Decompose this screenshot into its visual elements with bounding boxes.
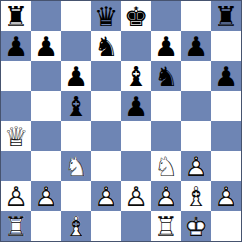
piece-outline-layer: ♗ xyxy=(184,181,208,211)
square-d4[interactable] xyxy=(91,121,121,151)
square-e2[interactable]: ♟♙ xyxy=(121,181,151,211)
square-h8[interactable]: ♜ xyxy=(211,1,241,31)
piece-black-pawn[interactable]: ♟ xyxy=(124,93,148,120)
square-f2[interactable]: ♟♙ xyxy=(151,181,181,211)
square-f1[interactable]: ♜♖ xyxy=(151,211,181,241)
piece-outline-layer: ♖ xyxy=(4,211,28,241)
piece-outline-layer: ♘ xyxy=(64,151,88,181)
square-d1[interactable] xyxy=(91,211,121,241)
square-a1[interactable]: ♜♖ xyxy=(1,211,31,241)
square-c3[interactable]: ♞♘ xyxy=(61,151,91,181)
square-f6[interactable]: ♞ xyxy=(151,61,181,91)
square-c5[interactable]: ♝ xyxy=(61,91,91,121)
square-g5[interactable] xyxy=(181,91,211,121)
square-g7[interactable]: ♟ xyxy=(181,31,211,61)
piece-white-pawn[interactable]: ♟♙ xyxy=(94,183,118,210)
square-b7[interactable]: ♟ xyxy=(31,31,61,61)
square-h2[interactable]: ♟♙ xyxy=(211,181,241,211)
square-b8[interactable] xyxy=(31,1,61,31)
square-g8[interactable] xyxy=(181,1,211,31)
square-a6[interactable] xyxy=(1,61,31,91)
square-c2[interactable] xyxy=(61,181,91,211)
piece-outline-layer: ♙ xyxy=(34,181,58,211)
square-a4[interactable]: ♛♕ xyxy=(1,121,31,151)
square-g4[interactable] xyxy=(181,121,211,151)
piece-black-pawn[interactable]: ♟ xyxy=(64,63,88,90)
piece-white-pawn[interactable]: ♟♙ xyxy=(34,183,58,210)
square-f4[interactable] xyxy=(151,121,181,151)
square-b4[interactable] xyxy=(31,121,61,151)
square-h4[interactable] xyxy=(211,121,241,151)
square-d6[interactable] xyxy=(91,61,121,91)
piece-outline-layer: ♘ xyxy=(154,151,178,181)
square-c1[interactable]: ♝♗ xyxy=(61,211,91,241)
piece-black-king[interactable]: ♚ xyxy=(124,3,148,30)
piece-white-knight[interactable]: ♞♘ xyxy=(154,153,178,180)
piece-white-pawn[interactable]: ♟♙ xyxy=(184,153,208,180)
piece-black-knight[interactable]: ♞ xyxy=(154,63,178,90)
square-g3[interactable]: ♟♙ xyxy=(181,151,211,181)
square-h5[interactable] xyxy=(211,91,241,121)
piece-black-bishop[interactable]: ♝ xyxy=(64,93,88,120)
square-a8[interactable]: ♜ xyxy=(1,1,31,31)
square-g1[interactable]: ♚♔ xyxy=(181,211,211,241)
piece-white-knight[interactable]: ♞♘ xyxy=(64,153,88,180)
square-e1[interactable] xyxy=(121,211,151,241)
square-b6[interactable] xyxy=(31,61,61,91)
square-d7[interactable]: ♞ xyxy=(91,31,121,61)
piece-outline-layer: ♕ xyxy=(4,121,28,151)
square-c8[interactable] xyxy=(61,1,91,31)
chess-board: ♜♛♚♜♟♟♞♟♟♟♝♞♟♝♟♛♕♞♘♞♘♟♙♟♙♟♙♟♙♟♙♟♙♝♗♟♙♜♖♝… xyxy=(0,0,242,242)
piece-black-pawn[interactable]: ♟ xyxy=(184,33,208,60)
piece-outline-layer: ♙ xyxy=(124,181,148,211)
square-f7[interactable]: ♟ xyxy=(151,31,181,61)
square-h6[interactable]: ♟ xyxy=(211,61,241,91)
square-b3[interactable] xyxy=(31,151,61,181)
square-e7[interactable] xyxy=(121,31,151,61)
piece-black-pawn[interactable]: ♟ xyxy=(154,33,178,60)
piece-black-knight[interactable]: ♞ xyxy=(94,33,118,60)
square-c4[interactable] xyxy=(61,121,91,151)
piece-white-bishop[interactable]: ♝♗ xyxy=(64,213,88,240)
piece-white-king[interactable]: ♚♔ xyxy=(184,213,208,240)
piece-outline-layer: ♙ xyxy=(154,181,178,211)
piece-white-pawn[interactable]: ♟♙ xyxy=(4,183,28,210)
square-f3[interactable]: ♞♘ xyxy=(151,151,181,181)
square-d8[interactable]: ♛ xyxy=(91,1,121,31)
square-d2[interactable]: ♟♙ xyxy=(91,181,121,211)
piece-outline-layer: ♙ xyxy=(4,181,28,211)
square-a5[interactable] xyxy=(1,91,31,121)
square-h3[interactable] xyxy=(211,151,241,181)
square-g6[interactable] xyxy=(181,61,211,91)
square-h7[interactable] xyxy=(211,31,241,61)
square-a7[interactable]: ♟ xyxy=(1,31,31,61)
piece-black-bishop[interactable]: ♝ xyxy=(124,63,148,90)
square-d3[interactable] xyxy=(91,151,121,181)
square-g2[interactable]: ♝♗ xyxy=(181,181,211,211)
piece-white-rook[interactable]: ♜♖ xyxy=(4,213,28,240)
piece-white-pawn[interactable]: ♟♙ xyxy=(214,183,238,210)
square-b2[interactable]: ♟♙ xyxy=(31,181,61,211)
piece-white-pawn[interactable]: ♟♙ xyxy=(124,183,148,210)
piece-black-queen[interactable]: ♛ xyxy=(94,3,118,30)
square-d5[interactable] xyxy=(91,91,121,121)
square-a2[interactable]: ♟♙ xyxy=(1,181,31,211)
piece-outline-layer: ♙ xyxy=(94,181,118,211)
piece-black-rook[interactable]: ♜ xyxy=(214,3,238,30)
piece-white-pawn[interactable]: ♟♙ xyxy=(154,183,178,210)
piece-outline-layer: ♙ xyxy=(184,151,208,181)
square-a3[interactable] xyxy=(1,151,31,181)
piece-outline-layer: ♔ xyxy=(184,211,208,241)
square-b5[interactable] xyxy=(31,91,61,121)
square-e6[interactable]: ♝ xyxy=(121,61,151,91)
piece-white-rook[interactable]: ♜♖ xyxy=(154,213,178,240)
piece-black-pawn[interactable]: ♟ xyxy=(214,63,238,90)
piece-black-pawn[interactable]: ♟ xyxy=(34,33,58,60)
piece-outline-layer: ♙ xyxy=(214,181,238,211)
square-f8[interactable] xyxy=(151,1,181,31)
square-h1[interactable] xyxy=(211,211,241,241)
piece-white-bishop[interactable]: ♝♗ xyxy=(184,183,208,210)
square-f5[interactable] xyxy=(151,91,181,121)
piece-outline-layer: ♖ xyxy=(154,211,178,241)
piece-outline-layer: ♗ xyxy=(64,211,88,241)
square-c6[interactable]: ♟ xyxy=(61,61,91,91)
piece-black-rook[interactable]: ♜ xyxy=(4,3,28,30)
square-e4[interactable] xyxy=(121,121,151,151)
piece-black-pawn[interactable]: ♟ xyxy=(4,33,28,60)
square-e8[interactable]: ♚ xyxy=(121,1,151,31)
square-b1[interactable] xyxy=(31,211,61,241)
square-e3[interactable] xyxy=(121,151,151,181)
piece-white-queen[interactable]: ♛♕ xyxy=(4,123,28,150)
square-e5[interactable]: ♟ xyxy=(121,91,151,121)
square-c7[interactable] xyxy=(61,31,91,61)
